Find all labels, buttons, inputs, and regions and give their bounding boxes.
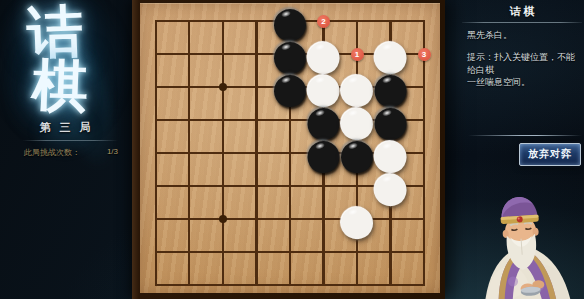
white-stone: ●: [374, 170, 408, 203]
mode-title-char-2: 棋: [31, 56, 89, 114]
move-marker-2: 2: [317, 15, 330, 28]
round-label: 第三局: [0, 120, 130, 135]
black-go-stone: ●: [339, 137, 376, 170]
puzzle-hint: 提示：扑入关键位置，不能给白棋 一丝喘息空间。: [467, 51, 580, 89]
star-point: [219, 215, 227, 223]
black-go-stone: ●: [272, 71, 309, 104]
go-board: ●●●●●●●●●●●●●●●●123: [132, 0, 445, 299]
hint-line-2: 一丝喘息空间。: [467, 76, 580, 89]
attempts-row: 此局挑战次数： 1/3: [24, 147, 118, 158]
star-point: [219, 83, 227, 91]
panel-title-divider: [462, 22, 582, 23]
hint-line-1: 提示：扑入关键位置，不能给白棋: [467, 51, 580, 76]
black-stone: ●: [307, 137, 341, 170]
puzzle-objective: 黑先杀白。: [467, 29, 580, 42]
npc-go-master: [455, 195, 584, 299]
move-marker-1: 1: [351, 48, 364, 61]
go-puzzle-screen: { "game": "go", "variant": "tsumego life…: [0, 0, 584, 299]
black-stone: ●: [273, 71, 307, 104]
black-go-stone: ●: [305, 137, 342, 170]
black-stone: ●: [340, 137, 374, 170]
white-go-stone: ●: [339, 203, 376, 236]
white-go-stone: ●: [372, 170, 409, 203]
board-play-area[interactable]: ●●●●●●●●●●●●●●●●123: [139, 5, 441, 299]
white-stone: ●: [340, 203, 374, 236]
give-up-button[interactable]: 放弃对弈: [519, 143, 581, 166]
panel-decor-divider: [468, 135, 582, 136]
attempts-value: 1/3: [107, 147, 118, 158]
attempts-label: 此局挑战次数：: [24, 147, 80, 158]
panel-title: 诘棋: [460, 4, 584, 19]
sidebar-divider: [22, 140, 118, 141]
sidebar: 诘 棋 第三局 此局挑战次数： 1/3: [0, 0, 130, 299]
move-marker-3: 3: [418, 48, 431, 61]
